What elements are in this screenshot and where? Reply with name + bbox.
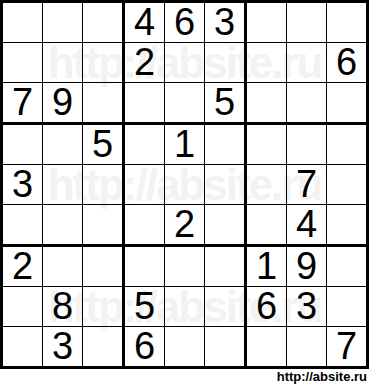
sudoku-cell[interactable] xyxy=(327,205,366,247)
given-digit: 3 xyxy=(12,163,33,206)
sudoku-cell[interactable] xyxy=(165,43,205,83)
sudoku-cell[interactable] xyxy=(125,165,165,205)
sudoku-cell[interactable]: 5 xyxy=(205,83,247,125)
sudoku-cell[interactable] xyxy=(205,205,247,247)
sudoku-cell[interactable] xyxy=(83,287,125,327)
sudoku-cell[interactable]: 3 xyxy=(3,165,43,205)
sudoku-cell[interactable] xyxy=(3,3,43,43)
given-digit: 5 xyxy=(134,285,155,328)
sudoku-cell[interactable] xyxy=(287,327,327,366)
sudoku-cell[interactable] xyxy=(3,205,43,247)
sudoku-cell[interactable] xyxy=(327,247,366,287)
sudoku-cell[interactable] xyxy=(83,3,125,43)
sudoku-cell[interactable] xyxy=(165,83,205,125)
sudoku-cell[interactable] xyxy=(43,165,83,205)
sudoku-cell[interactable] xyxy=(287,43,327,83)
sudoku-cell[interactable] xyxy=(43,3,83,43)
given-digit: 6 xyxy=(134,325,155,368)
sudoku-cell[interactable] xyxy=(247,327,287,366)
sudoku-cell[interactable] xyxy=(165,327,205,366)
sudoku-cell[interactable] xyxy=(205,125,247,165)
given-digit: 2 xyxy=(12,245,33,288)
sudoku-cell[interactable] xyxy=(287,83,327,125)
sudoku-cell[interactable] xyxy=(125,83,165,125)
sudoku-cell[interactable] xyxy=(83,165,125,205)
given-digit: 7 xyxy=(336,325,357,368)
given-digit: 9 xyxy=(52,81,73,124)
given-digit: 8 xyxy=(52,285,73,328)
sudoku-cell[interactable]: 6 xyxy=(327,43,366,83)
sudoku-cell[interactable]: 4 xyxy=(287,205,327,247)
sudoku-cell[interactable]: 8 xyxy=(43,287,83,327)
sudoku-cell[interactable] xyxy=(287,125,327,165)
sudoku-cell[interactable] xyxy=(247,43,287,83)
sudoku-cell[interactable] xyxy=(247,3,287,43)
sudoku-cell[interactable] xyxy=(205,247,247,287)
sudoku-cell[interactable] xyxy=(3,287,43,327)
given-digit: 6 xyxy=(256,285,277,328)
given-digit: 4 xyxy=(296,203,317,246)
sudoku-cell[interactable]: 5 xyxy=(83,125,125,165)
given-digit: 7 xyxy=(12,81,33,124)
sudoku-cell[interactable] xyxy=(43,43,83,83)
sudoku-cell[interactable] xyxy=(205,43,247,83)
sudoku-cell[interactable] xyxy=(165,247,205,287)
sudoku-cell[interactable]: 9 xyxy=(43,83,83,125)
sudoku-cell[interactable] xyxy=(83,247,125,287)
given-digit: 3 xyxy=(296,285,317,328)
given-digit: 1 xyxy=(256,245,277,288)
sudoku-cell[interactable] xyxy=(247,205,287,247)
sudoku-cell[interactable]: 7 xyxy=(327,327,366,366)
sudoku-cell[interactable] xyxy=(83,327,125,366)
sudoku-cell[interactable] xyxy=(3,43,43,83)
sudoku-cell[interactable]: 3 xyxy=(43,327,83,366)
sudoku-cell[interactable]: 9 xyxy=(287,247,327,287)
sudoku-cells-grid: 463267955137242198563367 xyxy=(3,3,366,366)
sudoku-cell[interactable] xyxy=(125,125,165,165)
given-digit: 1 xyxy=(174,123,195,166)
sudoku-cell[interactable]: 2 xyxy=(165,205,205,247)
sudoku-cell[interactable] xyxy=(205,327,247,366)
sudoku-cell[interactable]: 2 xyxy=(3,247,43,287)
given-digit: 6 xyxy=(336,41,357,84)
sudoku-cell[interactable] xyxy=(3,327,43,366)
sudoku-cell[interactable] xyxy=(83,205,125,247)
sudoku-cell[interactable]: 3 xyxy=(205,3,247,43)
sudoku-cell[interactable] xyxy=(327,125,366,165)
sudoku-cell[interactable] xyxy=(205,287,247,327)
sudoku-cell[interactable] xyxy=(83,83,125,125)
sudoku-cell[interactable] xyxy=(43,205,83,247)
sudoku-cell[interactable] xyxy=(3,125,43,165)
given-digit: 9 xyxy=(296,245,317,288)
sudoku-cell[interactable]: 1 xyxy=(165,125,205,165)
sudoku-cell[interactable] xyxy=(165,287,205,327)
sudoku-cell[interactable] xyxy=(247,83,287,125)
sudoku-cell[interactable] xyxy=(327,287,366,327)
sudoku-cell[interactable]: 6 xyxy=(125,327,165,366)
sudoku-cell[interactable] xyxy=(287,3,327,43)
sudoku-page: http://absite.ru http://absite.ru http:/… xyxy=(0,0,369,384)
sudoku-cell[interactable]: 6 xyxy=(247,287,287,327)
footer-link[interactable]: http://absite.ru xyxy=(277,370,367,384)
sudoku-board: http://absite.ru http://absite.ru http:/… xyxy=(0,0,369,369)
given-digit: 7 xyxy=(296,163,317,206)
sudoku-cell[interactable]: 5 xyxy=(125,287,165,327)
sudoku-cell[interactable]: 7 xyxy=(287,165,327,205)
given-digit: 3 xyxy=(214,1,235,44)
given-digit: 4 xyxy=(134,1,155,44)
sudoku-cell[interactable]: 2 xyxy=(125,43,165,83)
sudoku-cell[interactable] xyxy=(83,43,125,83)
sudoku-cell[interactable] xyxy=(247,165,287,205)
given-digit: 3 xyxy=(52,325,73,368)
sudoku-cell[interactable] xyxy=(43,247,83,287)
footer-bar: http://absite.ru xyxy=(0,369,369,384)
sudoku-cell[interactable] xyxy=(327,165,366,205)
sudoku-cell[interactable]: 1 xyxy=(247,247,287,287)
sudoku-cell[interactable] xyxy=(327,83,366,125)
given-digit: 2 xyxy=(174,203,195,246)
sudoku-cell[interactable]: 4 xyxy=(125,3,165,43)
sudoku-cell[interactable] xyxy=(165,165,205,205)
sudoku-cell[interactable] xyxy=(205,165,247,205)
sudoku-cell[interactable]: 7 xyxy=(3,83,43,125)
sudoku-cell[interactable] xyxy=(43,125,83,165)
given-digit: 6 xyxy=(174,1,195,44)
sudoku-cell[interactable] xyxy=(125,205,165,247)
sudoku-cell[interactable] xyxy=(327,3,366,43)
given-digit: 5 xyxy=(214,81,235,124)
given-digit: 5 xyxy=(92,123,113,166)
sudoku-cell[interactable] xyxy=(247,125,287,165)
sudoku-cell[interactable] xyxy=(125,247,165,287)
given-digit: 2 xyxy=(134,41,155,84)
sudoku-cell[interactable]: 3 xyxy=(287,287,327,327)
sudoku-cell[interactable]: 6 xyxy=(165,3,205,43)
